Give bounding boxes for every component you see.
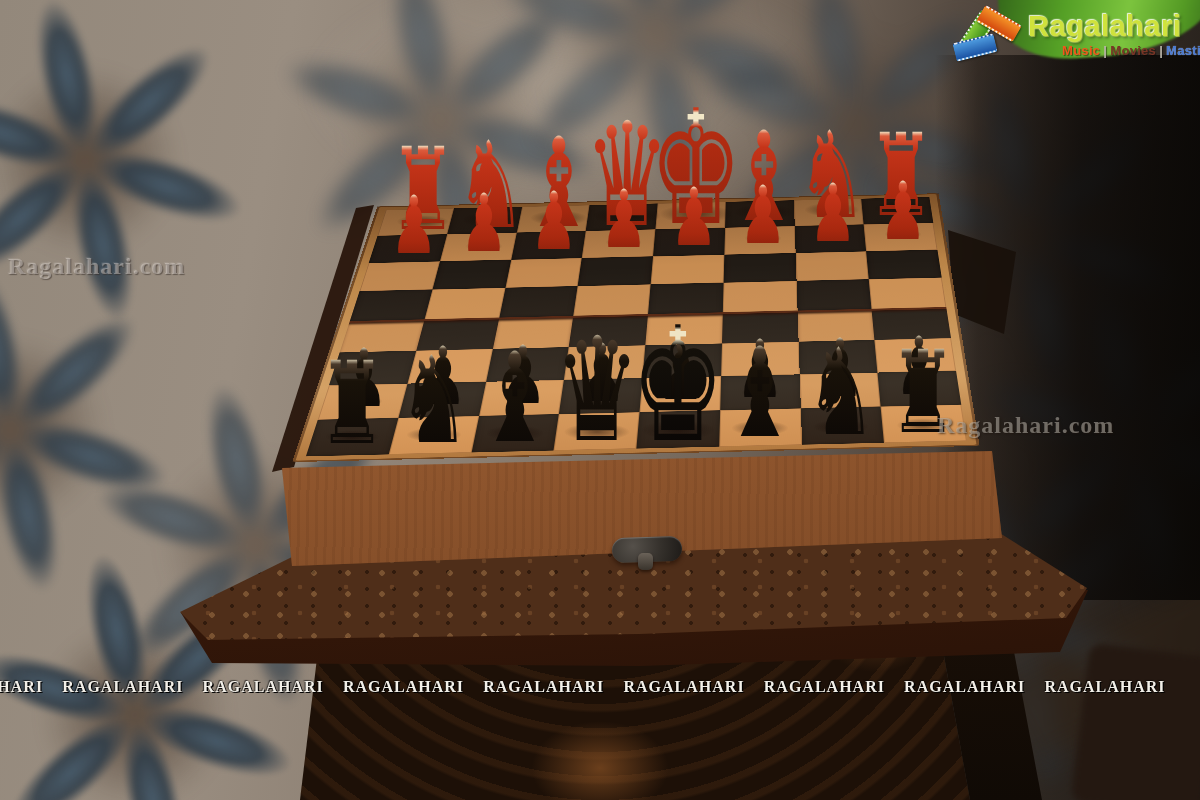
square-h7 bbox=[864, 223, 938, 251]
filmstrip-icon-blue bbox=[952, 33, 997, 62]
logo-tagline: Music|Movies|Masti bbox=[1062, 43, 1200, 58]
board-grid bbox=[306, 197, 967, 456]
chess-board bbox=[292, 193, 980, 462]
square-a5 bbox=[350, 290, 432, 322]
square-d7 bbox=[582, 229, 655, 258]
watermark-left: Ragalahari.com bbox=[8, 253, 185, 280]
square-f4 bbox=[722, 311, 799, 346]
watermark-bottom: RAGALAHARI bbox=[0, 678, 43, 696]
watermark-bottom: RAGALAHARI bbox=[764, 678, 885, 696]
watermark-bottom: RAGALAHARI bbox=[483, 678, 604, 696]
square-e8 bbox=[655, 202, 725, 229]
tagline-masti: Masti bbox=[1166, 43, 1200, 58]
square-d6 bbox=[578, 256, 653, 286]
logo-wordmark: Ragalahari bbox=[1028, 10, 1181, 43]
square-a8 bbox=[378, 208, 454, 236]
square-a3 bbox=[329, 351, 416, 386]
square-g8 bbox=[793, 199, 863, 226]
square-f8 bbox=[725, 200, 794, 227]
square-g5 bbox=[796, 279, 872, 310]
square-g6 bbox=[795, 251, 869, 281]
square-b5 bbox=[424, 288, 505, 319]
square-f6 bbox=[723, 253, 796, 283]
square-e6 bbox=[651, 255, 725, 285]
watermark-bottom: RAGALAHARI bbox=[1044, 678, 1165, 696]
square-d1 bbox=[554, 412, 640, 450]
square-a6 bbox=[359, 261, 439, 291]
square-c5 bbox=[499, 286, 578, 317]
square-a2 bbox=[318, 383, 408, 419]
square-d5 bbox=[573, 284, 650, 315]
square-e4 bbox=[645, 312, 722, 347]
square-b4 bbox=[416, 318, 499, 353]
square-g2 bbox=[799, 372, 881, 408]
square-h4 bbox=[872, 307, 952, 342]
square-b7 bbox=[440, 232, 517, 261]
square-c7 bbox=[511, 231, 586, 260]
watermark-bottom: RAGALAHARI bbox=[904, 678, 1025, 696]
square-d2 bbox=[559, 378, 642, 414]
square-g7 bbox=[794, 224, 866, 253]
square-g1 bbox=[800, 407, 884, 445]
square-e3 bbox=[642, 343, 721, 377]
square-e1 bbox=[636, 410, 720, 448]
square-c2 bbox=[479, 380, 564, 416]
square-c6 bbox=[505, 258, 582, 288]
square-e7 bbox=[653, 228, 725, 257]
square-b6 bbox=[432, 260, 511, 290]
watermark-bottom: RAGALAHARI bbox=[62, 678, 183, 696]
tagline-music: Music bbox=[1062, 43, 1100, 58]
square-f2 bbox=[720, 374, 800, 410]
square-e2 bbox=[640, 376, 721, 412]
ragalahari-logo: Ragalahari Music|Movies|Masti bbox=[952, 2, 1200, 64]
tagline-movies: Movies bbox=[1110, 43, 1156, 58]
square-e5 bbox=[648, 283, 723, 314]
square-g3 bbox=[798, 340, 877, 374]
square-d3 bbox=[564, 345, 645, 380]
tagline-separator: | bbox=[1100, 43, 1110, 58]
square-g4 bbox=[797, 309, 875, 344]
square-h5 bbox=[869, 278, 946, 309]
watermark-bottom: RAGALAHARI bbox=[624, 678, 745, 696]
square-a4 bbox=[339, 319, 424, 354]
tagline-separator: | bbox=[1156, 43, 1166, 58]
square-c3 bbox=[486, 347, 569, 382]
square-c8 bbox=[516, 205, 589, 232]
photo-stage: ♜♞♝♛♚♝♞♜♟♟♟♟♟♟♟♟♟♟♟♟♟♟♟♟♜♞♝♛♚♝♞♜ Ragalah… bbox=[0, 0, 1200, 800]
square-a7 bbox=[369, 234, 447, 263]
square-c4 bbox=[492, 316, 573, 351]
square-b8 bbox=[447, 207, 522, 234]
square-b3 bbox=[407, 349, 492, 384]
watermark-bottom: RAGALAHARI bbox=[203, 678, 324, 696]
square-h6 bbox=[866, 250, 941, 280]
watermark-right: Ragalahari.com bbox=[937, 412, 1114, 439]
square-h8 bbox=[861, 197, 933, 224]
square-f1 bbox=[719, 409, 802, 447]
square-h2 bbox=[878, 371, 962, 407]
square-h3 bbox=[875, 338, 956, 372]
square-f3 bbox=[721, 342, 799, 376]
watermark-bottom: RAGALAHARI bbox=[343, 678, 464, 696]
square-d4 bbox=[569, 314, 648, 349]
square-b1 bbox=[389, 416, 479, 454]
square-d8 bbox=[586, 203, 658, 230]
square-b2 bbox=[398, 382, 486, 418]
square-f7 bbox=[724, 226, 795, 255]
square-a1 bbox=[306, 418, 398, 456]
square-c1 bbox=[471, 414, 559, 452]
square-f5 bbox=[723, 281, 798, 312]
